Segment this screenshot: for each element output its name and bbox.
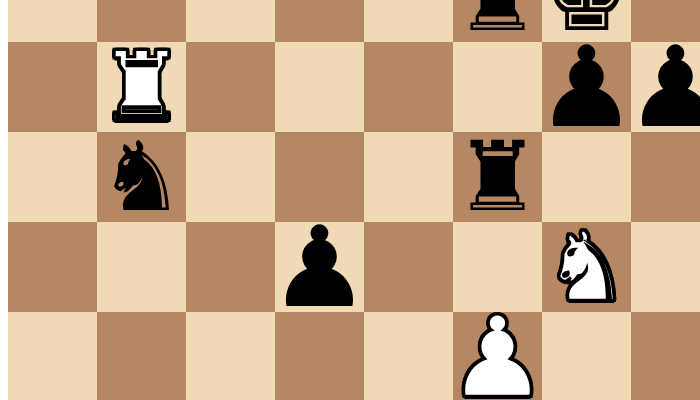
square-g4[interactable] bbox=[542, 312, 631, 400]
square-g5[interactable]: ♞ bbox=[542, 222, 631, 312]
black-rook[interactable]: ♜ bbox=[454, 0, 540, 42]
square-g6[interactable] bbox=[542, 132, 631, 222]
square-a4[interactable] bbox=[8, 312, 97, 400]
square-e5[interactable] bbox=[364, 222, 453, 312]
black-rook[interactable]: ♜ bbox=[454, 132, 540, 222]
square-b7[interactable]: ♜ bbox=[97, 42, 186, 132]
square-c6[interactable] bbox=[186, 132, 275, 222]
square-f6[interactable]: ♜ bbox=[453, 132, 542, 222]
square-b6[interactable]: ♞ bbox=[97, 132, 186, 222]
square-a7[interactable] bbox=[8, 42, 97, 132]
square-f4[interactable]: ♟ bbox=[453, 312, 542, 400]
square-e8[interactable] bbox=[364, 0, 453, 42]
square-c4[interactable] bbox=[186, 312, 275, 400]
square-e6[interactable] bbox=[364, 132, 453, 222]
square-d7[interactable] bbox=[275, 42, 364, 132]
square-b5[interactable] bbox=[97, 222, 186, 312]
chessboard: ♜♚♜♟♟♞♜♟♞♟ bbox=[8, 0, 700, 400]
square-a6[interactable] bbox=[8, 132, 97, 222]
square-h7[interactable]: ♟ bbox=[631, 42, 700, 132]
page-left-margin bbox=[0, 0, 8, 400]
square-f7[interactable] bbox=[453, 42, 542, 132]
black-pawn[interactable]: ♟ bbox=[269, 222, 369, 312]
square-e7[interactable] bbox=[364, 42, 453, 132]
black-knight[interactable]: ♞ bbox=[98, 132, 184, 222]
square-a8[interactable] bbox=[8, 0, 97, 42]
square-h4[interactable] bbox=[631, 312, 700, 400]
chess-board-viewport: ♜♚♜♟♟♞♜♟♞♟ bbox=[0, 0, 700, 400]
square-a5[interactable] bbox=[8, 222, 97, 312]
black-pawn[interactable]: ♟ bbox=[536, 42, 636, 132]
white-knight[interactable]: ♞ bbox=[543, 222, 629, 312]
square-c7[interactable] bbox=[186, 42, 275, 132]
white-pawn[interactable]: ♟ bbox=[447, 312, 547, 400]
square-h5[interactable] bbox=[631, 222, 700, 312]
black-pawn[interactable]: ♟ bbox=[625, 42, 700, 132]
square-c5[interactable] bbox=[186, 222, 275, 312]
square-d8[interactable] bbox=[275, 0, 364, 42]
white-rook[interactable]: ♜ bbox=[98, 42, 184, 132]
square-h6[interactable] bbox=[631, 132, 700, 222]
square-c8[interactable] bbox=[186, 0, 275, 42]
square-e4[interactable] bbox=[364, 312, 453, 400]
square-d4[interactable] bbox=[275, 312, 364, 400]
square-b4[interactable] bbox=[97, 312, 186, 400]
square-f8[interactable]: ♜ bbox=[453, 0, 542, 42]
square-d5[interactable]: ♟ bbox=[275, 222, 364, 312]
square-g7[interactable]: ♟ bbox=[542, 42, 631, 132]
